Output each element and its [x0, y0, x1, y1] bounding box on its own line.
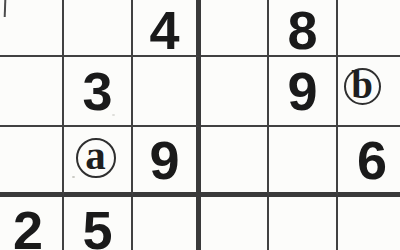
cell-r3c4[interactable]: [201, 127, 269, 197]
cell-r1c2[interactable]: [64, 0, 133, 57]
cell-r4c5[interactable]: [269, 197, 338, 250]
cell-r1c6[interactable]: [338, 0, 400, 57]
cell-r3c6[interactable]: 6: [338, 127, 400, 197]
sudoku-scan: 4839ba9625: [0, 0, 400, 250]
cell-r1c3[interactable]: 4: [133, 0, 201, 57]
cell-r2c6[interactable]: b: [338, 57, 400, 127]
cell-r3c1[interactable]: [0, 127, 64, 197]
given-digit: 9: [149, 133, 179, 187]
cell-r3c5[interactable]: [269, 127, 338, 197]
circle-marker-a: a: [76, 138, 116, 178]
cell-r4c3[interactable]: [133, 197, 201, 250]
cell-r1c5[interactable]: 8: [269, 0, 338, 57]
given-digit: 5: [82, 203, 112, 250]
scan-speck: [72, 176, 75, 178]
cell-r3c3[interactable]: 9: [133, 127, 201, 197]
cell-r1c1[interactable]: [0, 0, 64, 57]
given-digit: 6: [357, 133, 387, 187]
given-digit: 8: [287, 3, 317, 57]
given-digit: 9: [287, 64, 317, 118]
marker-letter-b: b: [351, 65, 373, 104]
cell-r2c5[interactable]: 9: [269, 57, 338, 127]
marker-letter-a: a: [85, 135, 106, 176]
cell-r4c4[interactable]: [201, 197, 269, 250]
cell-r1c4[interactable]: [201, 0, 269, 57]
cell-r4c2[interactable]: 5: [64, 197, 133, 250]
cell-r4c1[interactable]: 2: [0, 197, 64, 250]
cell-r3c2[interactable]: a: [64, 127, 133, 197]
given-digit: 4: [149, 3, 179, 57]
cell-r4c6[interactable]: [338, 197, 400, 250]
cell-r2c3[interactable]: [133, 57, 201, 127]
cell-r2c1[interactable]: [0, 57, 64, 127]
cell-r2c4[interactable]: [201, 57, 269, 127]
scan-speck: [112, 114, 115, 116]
sudoku-grid: 4839ba9625: [0, 0, 400, 250]
circle-marker-b: b: [344, 68, 381, 105]
given-digit: 2: [13, 203, 43, 250]
cell-r2c2[interactable]: 3: [64, 57, 133, 127]
given-digit: 3: [82, 64, 112, 118]
